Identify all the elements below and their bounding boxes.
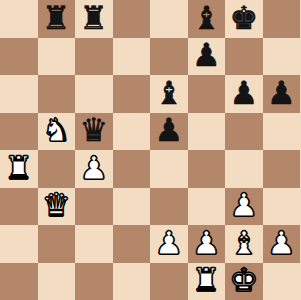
piece-white-king[interactable]: ♚ xyxy=(229,264,258,296)
square-f7[interactable]: ♟ xyxy=(188,38,226,76)
piece-white-bishop[interactable]: ♝ xyxy=(229,227,258,259)
square-h1[interactable] xyxy=(263,263,301,300)
square-d7[interactable] xyxy=(113,38,151,76)
piece-white-rook[interactable]: ♜ xyxy=(192,264,221,296)
piece-black-pawn[interactable]: ♟ xyxy=(267,77,296,109)
square-h8[interactable] xyxy=(263,0,301,38)
square-c3[interactable] xyxy=(75,188,113,226)
square-b5[interactable]: ♞ xyxy=(38,113,76,151)
piece-white-pawn[interactable]: ♟ xyxy=(229,189,258,221)
square-f5[interactable] xyxy=(188,113,226,151)
square-d4[interactable] xyxy=(113,150,151,188)
piece-black-king[interactable]: ♚ xyxy=(229,2,258,34)
piece-white-pawn[interactable]: ♟ xyxy=(154,227,183,259)
square-b3[interactable]: ♛ xyxy=(38,188,76,226)
square-d2[interactable] xyxy=(113,225,151,263)
square-e4[interactable] xyxy=(150,150,188,188)
piece-white-pawn[interactable]: ♟ xyxy=(192,227,221,259)
square-h5[interactable] xyxy=(263,113,301,151)
square-f3[interactable] xyxy=(188,188,226,226)
piece-black-pawn[interactable]: ♟ xyxy=(192,39,221,71)
square-c8[interactable]: ♜ xyxy=(75,0,113,38)
square-a3[interactable] xyxy=(0,188,38,226)
square-f4[interactable] xyxy=(188,150,226,188)
square-e2[interactable]: ♟ xyxy=(150,225,188,263)
square-e8[interactable] xyxy=(150,0,188,38)
square-h2[interactable]: ♟ xyxy=(263,225,301,263)
piece-white-rook[interactable]: ♜ xyxy=(4,152,33,184)
square-h3[interactable] xyxy=(263,188,301,226)
square-f1[interactable]: ♜ xyxy=(188,263,226,300)
square-b1[interactable] xyxy=(38,263,76,300)
piece-white-pawn[interactable]: ♟ xyxy=(79,152,108,184)
square-d1[interactable] xyxy=(113,263,151,300)
square-b2[interactable] xyxy=(38,225,76,263)
square-c1[interactable] xyxy=(75,263,113,300)
square-f6[interactable] xyxy=(188,75,226,113)
square-h7[interactable] xyxy=(263,38,301,76)
square-d3[interactable] xyxy=(113,188,151,226)
square-e3[interactable] xyxy=(150,188,188,226)
piece-black-rook[interactable]: ♜ xyxy=(79,2,108,34)
square-d8[interactable] xyxy=(113,0,151,38)
chess-board: ♜♜♝♚♟♝♟♟♞♛♟♜♟♛♟♟♟♝♟♜♚ xyxy=(0,0,300,300)
square-h4[interactable] xyxy=(263,150,301,188)
square-a5[interactable] xyxy=(0,113,38,151)
square-e1[interactable] xyxy=(150,263,188,300)
piece-black-pawn[interactable]: ♟ xyxy=(229,77,258,109)
square-a6[interactable] xyxy=(0,75,38,113)
square-g2[interactable]: ♝ xyxy=(225,225,263,263)
square-b8[interactable]: ♜ xyxy=(38,0,76,38)
square-g5[interactable] xyxy=(225,113,263,151)
square-g4[interactable] xyxy=(225,150,263,188)
square-g1[interactable]: ♚ xyxy=(225,263,263,300)
square-a2[interactable] xyxy=(0,225,38,263)
square-a4[interactable]: ♜ xyxy=(0,150,38,188)
piece-white-queen[interactable]: ♛ xyxy=(42,189,71,221)
piece-white-knight[interactable]: ♞ xyxy=(42,114,71,146)
square-f8[interactable]: ♝ xyxy=(188,0,226,38)
square-g3[interactable]: ♟ xyxy=(225,188,263,226)
square-c2[interactable] xyxy=(75,225,113,263)
square-g6[interactable]: ♟ xyxy=(225,75,263,113)
square-a8[interactable] xyxy=(0,0,38,38)
square-b6[interactable] xyxy=(38,75,76,113)
piece-black-pawn[interactable]: ♟ xyxy=(154,114,183,146)
square-g7[interactable] xyxy=(225,38,263,76)
square-e7[interactable] xyxy=(150,38,188,76)
square-a1[interactable] xyxy=(0,263,38,300)
square-a7[interactable] xyxy=(0,38,38,76)
square-b7[interactable] xyxy=(38,38,76,76)
square-c5[interactable]: ♛ xyxy=(75,113,113,151)
square-g8[interactable]: ♚ xyxy=(225,0,263,38)
square-c7[interactable] xyxy=(75,38,113,76)
square-e6[interactable]: ♝ xyxy=(150,75,188,113)
square-c6[interactable] xyxy=(75,75,113,113)
square-c4[interactable]: ♟ xyxy=(75,150,113,188)
square-d5[interactable] xyxy=(113,113,151,151)
piece-black-bishop[interactable]: ♝ xyxy=(192,2,221,34)
piece-black-bishop[interactable]: ♝ xyxy=(154,77,183,109)
square-d6[interactable] xyxy=(113,75,151,113)
square-f2[interactable]: ♟ xyxy=(188,225,226,263)
piece-black-rook[interactable]: ♜ xyxy=(42,2,71,34)
piece-black-queen[interactable]: ♛ xyxy=(79,114,108,146)
square-b4[interactable] xyxy=(38,150,76,188)
square-h6[interactable]: ♟ xyxy=(263,75,301,113)
square-e5[interactable]: ♟ xyxy=(150,113,188,151)
piece-white-pawn[interactable]: ♟ xyxy=(267,227,296,259)
